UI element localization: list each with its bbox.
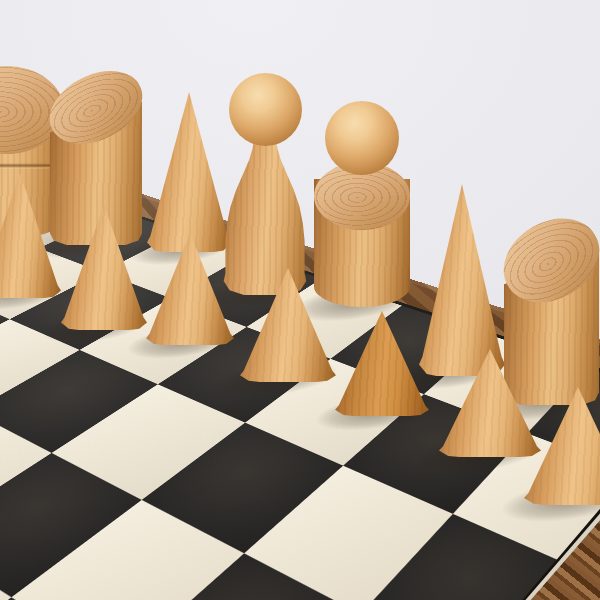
piece-white-pawn-f2 — [61, 205, 147, 330]
piece-white-pawn-c2 — [335, 311, 429, 416]
white-pawn-d2-cone — [240, 268, 336, 382]
white-pawn-e2-cone — [146, 233, 234, 345]
white-pawn-g2-cone — [0, 173, 61, 298]
piece-white-bishop-f1 — [147, 92, 231, 252]
piece-white-pawn-e2 — [146, 233, 234, 345]
white-pawn-f2-cone — [61, 205, 147, 330]
white-bishop-c1-cone — [419, 184, 505, 376]
white-pawn-a2-cone — [524, 387, 600, 505]
board-frame-near-corner — [495, 505, 600, 600]
photo-stage — [0, 0, 600, 600]
white-pawn-c2-cone — [335, 311, 429, 416]
piece-white-pawn-d2 — [240, 268, 336, 382]
white-bishop-f1-cone — [147, 92, 231, 252]
piece-white-pawn-a2 — [524, 387, 600, 505]
white-queen-d1-sphere — [325, 101, 399, 175]
piece-white-king-e1 — [222, 73, 308, 295]
piece-white-pawn-g2 — [0, 173, 61, 298]
white-king-e1-sphere — [229, 73, 302, 146]
piece-white-bishop-c1 — [419, 184, 505, 376]
walnut-rail — [495, 505, 600, 600]
